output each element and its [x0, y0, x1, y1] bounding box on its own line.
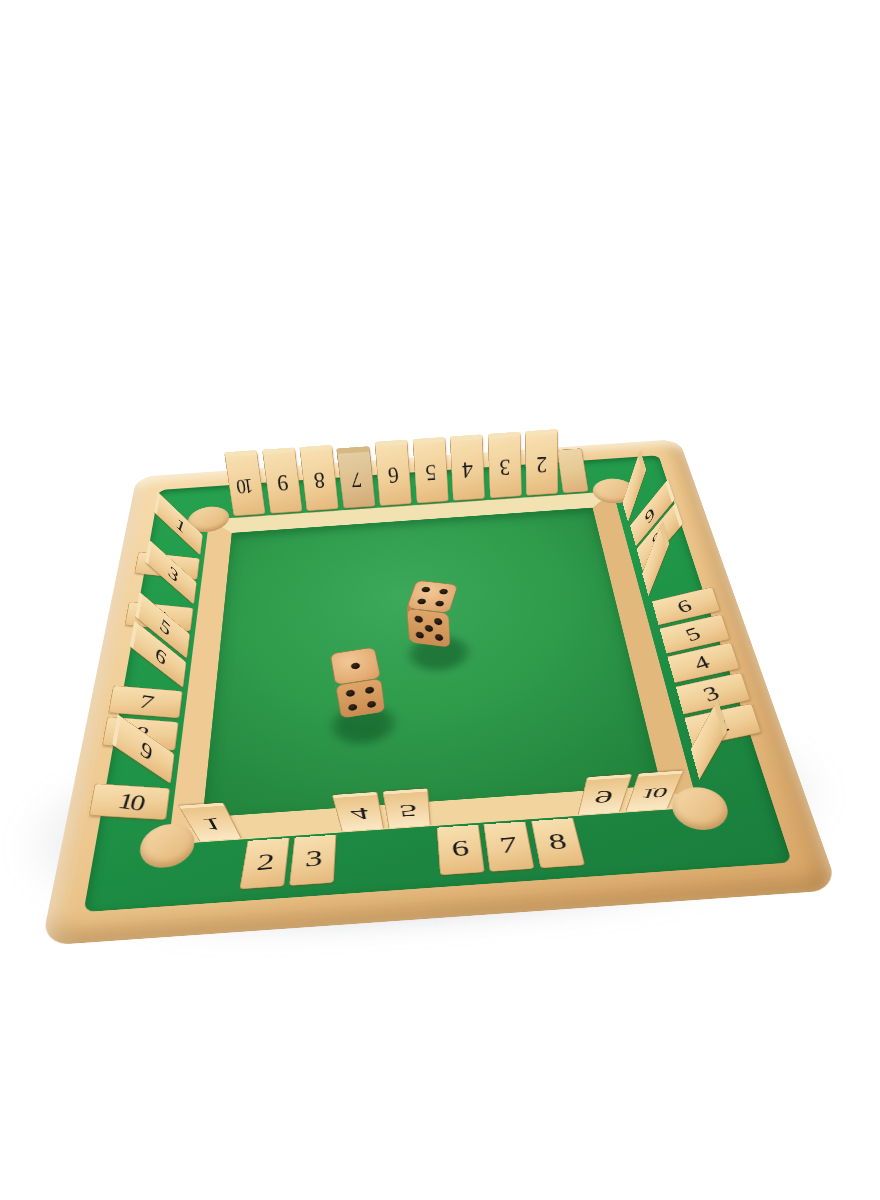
- tile-number: 2: [537, 452, 547, 477]
- die-pip: [414, 615, 422, 622]
- tile-number: 6: [388, 463, 400, 488]
- tile-number: 5: [398, 802, 417, 820]
- tile-number: 4: [462, 457, 473, 482]
- tile-south-2[interactable]: 2: [239, 836, 289, 889]
- tile-number: 5: [682, 624, 703, 644]
- die-pip: [421, 586, 430, 592]
- tile-number: 7: [498, 834, 518, 857]
- tile-number: 9: [643, 505, 656, 526]
- tile-south-7[interactable]: 7: [483, 820, 534, 872]
- tile-number: 10: [638, 785, 667, 801]
- tile-number: 3: [304, 847, 322, 871]
- die-2-front-face-5: [406, 608, 450, 648]
- tile-north-4[interactable]: 4: [450, 434, 485, 501]
- tile-north-9[interactable]: 9: [262, 447, 302, 513]
- tile-number: 9: [276, 471, 289, 496]
- die-pip: [416, 631, 424, 638]
- die-pip: [434, 618, 442, 625]
- tile-north-6[interactable]: 6: [375, 439, 412, 506]
- tile-number: 2: [255, 850, 275, 874]
- tile-north-3[interactable]: 3: [487, 431, 521, 498]
- tile-number: 5: [158, 615, 172, 639]
- die-pip: [417, 598, 427, 604]
- tile-number: 1: [174, 515, 186, 536]
- tile-number: 4: [349, 805, 369, 823]
- die-pip: [345, 689, 354, 697]
- die-pip: [435, 600, 445, 606]
- tile-number: 1: [199, 816, 225, 834]
- tile-number: 3: [499, 455, 510, 480]
- tile-south-8[interactable]: 8: [531, 816, 585, 868]
- tile-number: 6: [450, 837, 469, 860]
- tile-number: 10: [237, 475, 254, 497]
- die-2[interactable]: [409, 615, 459, 648]
- tile-south-3[interactable]: 3: [289, 833, 336, 886]
- die-1-front-face-4: [335, 678, 385, 719]
- shut-the-box-board: 1098765432 12345678910 9865432 123456789…: [41, 439, 839, 946]
- tile-number: 5: [425, 460, 437, 485]
- die-pip: [367, 701, 376, 708]
- tile-number: 3: [166, 562, 179, 584]
- die-pip: [348, 704, 357, 711]
- tile-number: 7: [350, 469, 363, 492]
- tile-north-2[interactable]: 2: [525, 429, 558, 496]
- tile-number: 8: [313, 468, 326, 493]
- die-pip: [439, 589, 448, 595]
- tile-south-5[interactable]: 5: [383, 788, 431, 829]
- tile-south-6[interactable]: 6: [436, 823, 484, 875]
- tile-north-7[interactable]: 7: [336, 446, 376, 508]
- tile-west-10[interactable]: 10: [89, 783, 170, 820]
- die-pip: [425, 625, 433, 632]
- tile-number: 6: [674, 597, 694, 616]
- tile-north-5[interactable]: 5: [412, 437, 448, 504]
- die-pip: [435, 634, 443, 641]
- die-pip: [365, 686, 374, 694]
- tile-west-7[interactable]: 7: [108, 685, 183, 718]
- tile-number: 8: [546, 830, 567, 853]
- tile-number: 9: [593, 788, 614, 807]
- tile-number: 9: [138, 737, 154, 764]
- tile-number: 4: [691, 653, 712, 674]
- tile-number: 7: [137, 692, 155, 712]
- scene: 1098765432 12345678910 9865432 123456789…: [0, 0, 880, 1200]
- die-pip: [351, 662, 360, 669]
- tile-number: 6: [153, 643, 167, 668]
- tile-north-8[interactable]: 8: [299, 445, 338, 511]
- tile-number: 10: [115, 789, 145, 814]
